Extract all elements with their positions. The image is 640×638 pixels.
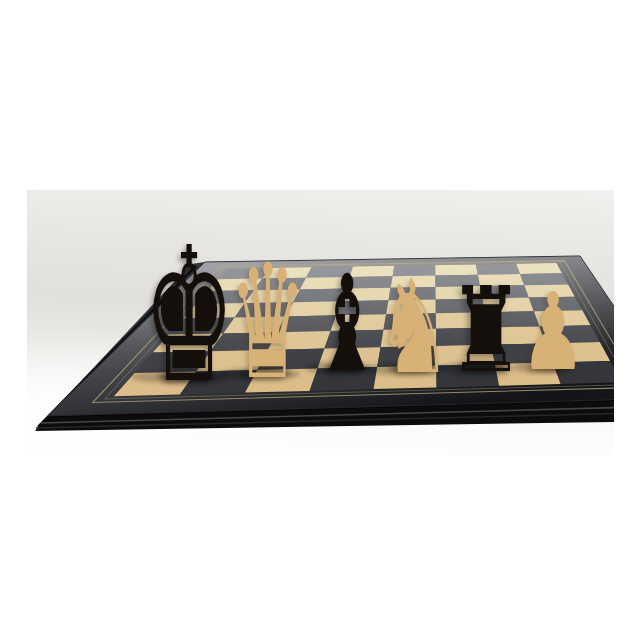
white-pawn-piece: ♟ bbox=[520, 279, 585, 386]
black-rook-piece: ♜ bbox=[448, 271, 524, 389]
product-photo: ♚♛♝♞♜♟ bbox=[0, 0, 640, 638]
white-queen-piece: ♛ bbox=[229, 243, 307, 401]
black-bishop-piece: ♝ bbox=[312, 258, 381, 391]
white-knight-piece: ♞ bbox=[376, 263, 452, 392]
black-king-piece: ♚ bbox=[143, 223, 235, 409]
